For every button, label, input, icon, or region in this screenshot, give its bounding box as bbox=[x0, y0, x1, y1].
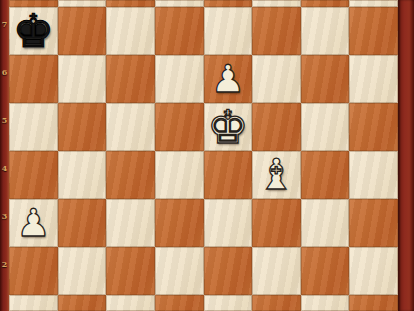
square-e1[interactable] bbox=[204, 295, 253, 311]
square-b6[interactable] bbox=[58, 55, 107, 103]
white-pawn-a3: ♟ bbox=[16, 204, 50, 242]
square-d7[interactable] bbox=[155, 7, 204, 55]
square-d3[interactable] bbox=[155, 199, 204, 247]
rank-label-6: 6 bbox=[0, 68, 9, 76]
black-king-a7: ♚ bbox=[13, 8, 54, 54]
square-e3[interactable] bbox=[204, 199, 253, 247]
square-a8[interactable] bbox=[9, 0, 58, 7]
square-e5[interactable]: ♚ bbox=[204, 103, 253, 151]
right-border bbox=[398, 0, 414, 311]
square-a1[interactable] bbox=[9, 295, 58, 311]
square-c2[interactable] bbox=[106, 247, 155, 295]
square-b5[interactable] bbox=[58, 103, 107, 151]
square-g2[interactable] bbox=[301, 247, 350, 295]
square-a3[interactable]: ♟ bbox=[9, 199, 58, 247]
square-d6[interactable] bbox=[155, 55, 204, 103]
rank-label-7: 7 bbox=[0, 20, 9, 28]
square-d4[interactable] bbox=[155, 151, 204, 199]
square-c4[interactable] bbox=[106, 151, 155, 199]
square-a5[interactable] bbox=[9, 103, 58, 151]
square-b7[interactable] bbox=[58, 7, 107, 55]
rank-label-2: 2 bbox=[0, 260, 9, 268]
square-c7[interactable] bbox=[106, 7, 155, 55]
square-d8[interactable] bbox=[155, 0, 204, 7]
white-king-e5: ♚ bbox=[207, 104, 248, 150]
square-c1[interactable] bbox=[106, 295, 155, 311]
white-pawn-e6: ♟ bbox=[211, 60, 245, 98]
square-b8[interactable] bbox=[58, 0, 107, 7]
square-g4[interactable] bbox=[301, 151, 350, 199]
square-a6[interactable] bbox=[9, 55, 58, 103]
square-d5[interactable] bbox=[155, 103, 204, 151]
square-h6[interactable] bbox=[349, 55, 398, 103]
square-f2[interactable] bbox=[252, 247, 301, 295]
square-e8[interactable] bbox=[204, 0, 253, 7]
square-e6[interactable]: ♟ bbox=[204, 55, 253, 103]
square-h1[interactable] bbox=[349, 295, 398, 311]
square-e2[interactable] bbox=[204, 247, 253, 295]
square-b2[interactable] bbox=[58, 247, 107, 295]
square-c3[interactable] bbox=[106, 199, 155, 247]
square-f8[interactable] bbox=[252, 0, 301, 7]
square-g6[interactable] bbox=[301, 55, 350, 103]
square-h7[interactable] bbox=[349, 7, 398, 55]
square-b3[interactable] bbox=[58, 199, 107, 247]
square-g5[interactable] bbox=[301, 103, 350, 151]
square-e7[interactable] bbox=[204, 7, 253, 55]
square-a7[interactable]: ♚ bbox=[9, 7, 58, 55]
square-h2[interactable] bbox=[349, 247, 398, 295]
square-h5[interactable] bbox=[349, 103, 398, 151]
square-f4[interactable]: ♝ bbox=[252, 151, 301, 199]
square-h8[interactable] bbox=[349, 0, 398, 7]
rank-label-3: 3 bbox=[0, 212, 9, 220]
chess-board: ♚♟♚♝♟ bbox=[9, 0, 398, 311]
square-b1[interactable] bbox=[58, 295, 107, 311]
square-f3[interactable] bbox=[252, 199, 301, 247]
square-h4[interactable] bbox=[349, 151, 398, 199]
square-g8[interactable] bbox=[301, 0, 350, 7]
square-d1[interactable] bbox=[155, 295, 204, 311]
white-bishop-f4: ♝ bbox=[258, 154, 296, 196]
rank-label-5: 5 bbox=[0, 116, 9, 124]
square-d2[interactable] bbox=[155, 247, 204, 295]
square-h3[interactable] bbox=[349, 199, 398, 247]
left-border: 765432 bbox=[0, 0, 9, 311]
chess-diagram: 765432 ♚♟♚♝♟ bbox=[0, 0, 414, 311]
square-f6[interactable] bbox=[252, 55, 301, 103]
square-a2[interactable] bbox=[9, 247, 58, 295]
square-e4[interactable] bbox=[204, 151, 253, 199]
square-c6[interactable] bbox=[106, 55, 155, 103]
square-c8[interactable] bbox=[106, 0, 155, 7]
square-c5[interactable] bbox=[106, 103, 155, 151]
square-g1[interactable] bbox=[301, 295, 350, 311]
square-f5[interactable] bbox=[252, 103, 301, 151]
square-b4[interactable] bbox=[58, 151, 107, 199]
square-a4[interactable] bbox=[9, 151, 58, 199]
square-f1[interactable] bbox=[252, 295, 301, 311]
rank-label-4: 4 bbox=[0, 164, 9, 172]
square-g7[interactable] bbox=[301, 7, 350, 55]
square-g3[interactable] bbox=[301, 199, 350, 247]
square-f7[interactable] bbox=[252, 7, 301, 55]
